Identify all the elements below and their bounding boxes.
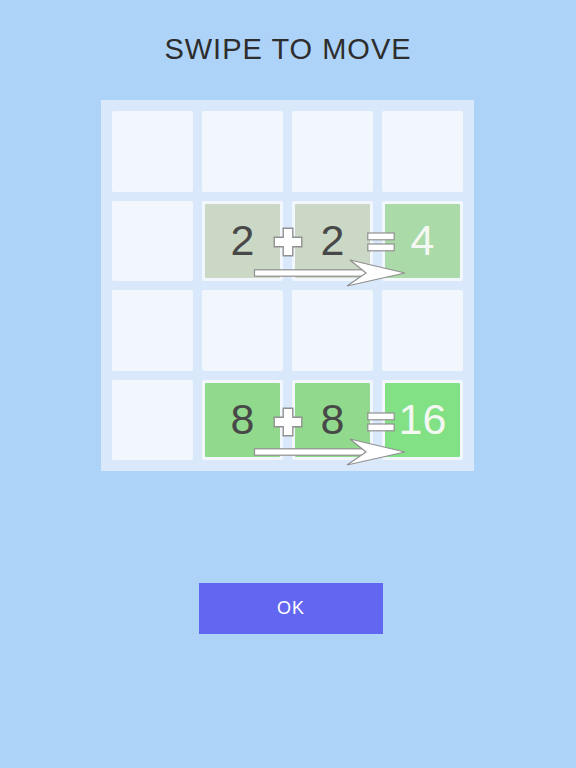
cell-r2c1 xyxy=(112,201,193,282)
cell-r2c3: 2 xyxy=(292,201,373,282)
tile-2: 2 xyxy=(205,204,280,279)
cell-r3c4 xyxy=(382,290,463,371)
cell-r1c4 xyxy=(382,111,463,192)
cell-r2c4: 4 xyxy=(382,201,463,282)
cell-r3c3 xyxy=(292,290,373,371)
ok-button[interactable]: OK xyxy=(199,583,383,634)
cell-r3c2 xyxy=(202,290,283,371)
tile-8: 8 xyxy=(295,383,370,458)
cell-r4c2: 8 xyxy=(202,380,283,461)
cell-r4c4: 16 xyxy=(382,380,463,461)
tile-2: 2 xyxy=(295,204,370,279)
tile-8: 8 xyxy=(205,383,280,458)
cell-r1c3 xyxy=(292,111,373,192)
cell-r4c1 xyxy=(112,380,193,461)
tutorial-screen: SWIPE TO MOVE 2 2 4 8 8 16 xyxy=(0,0,576,768)
cell-r3c1 xyxy=(112,290,193,371)
tile-4: 4 xyxy=(385,204,460,279)
cell-r4c3: 8 xyxy=(292,380,373,461)
tile-16: 16 xyxy=(385,383,460,458)
cell-r1c2 xyxy=(202,111,283,192)
game-board[interactable]: 2 2 4 8 8 16 xyxy=(101,100,474,471)
cell-r1c1 xyxy=(112,111,193,192)
page-title: SWIPE TO MOVE xyxy=(0,34,576,64)
cell-r2c2: 2 xyxy=(202,201,283,282)
